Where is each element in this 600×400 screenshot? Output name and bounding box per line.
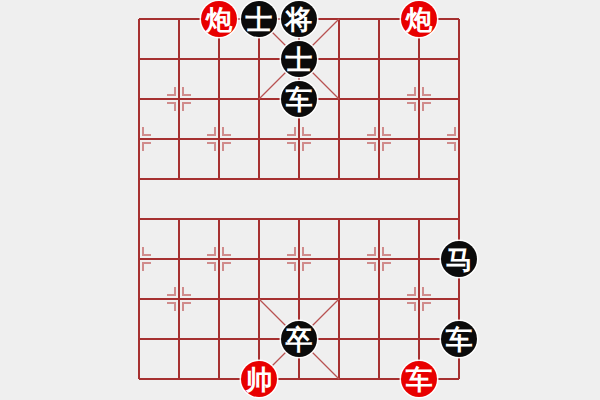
piece-red-cannon-1[interactable]: 炮 [201, 1, 237, 37]
piece-black-advisor-2[interactable]: 士 [281, 41, 317, 77]
piece-black-advisor-1[interactable]: 士 [241, 1, 277, 37]
screen: { "game": "xiangqi", "position": "2Cak2C… [0, 0, 600, 400]
piece-red-cannon-2[interactable]: 炮 [401, 1, 437, 37]
piece-black-chariot-1[interactable]: 车 [281, 81, 317, 117]
piece-black-general[interactable]: 将 [281, 1, 317, 37]
piece-black-soldier[interactable]: 卒 [281, 321, 317, 357]
piece-red-general[interactable]: 帅 [241, 361, 277, 397]
piece-red-chariot[interactable]: 车 [401, 361, 437, 397]
piece-black-horse[interactable]: 马 [441, 241, 477, 277]
xiangqi-app: 炮士将炮士车马卒车帅车 [0, 0, 600, 400]
xiangqi-board[interactable]: 炮士将炮士车马卒车帅车 [119, 0, 479, 399]
piece-black-chariot-2[interactable]: 车 [441, 321, 477, 357]
